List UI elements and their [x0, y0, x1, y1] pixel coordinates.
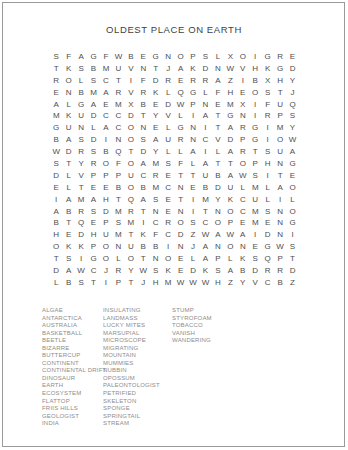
grid-cell[interactable]: R [75, 206, 87, 218]
grid-cell[interactable]: Z [224, 277, 236, 289]
grid-cell[interactable]: U [162, 134, 174, 146]
grid-cell[interactable]: L [162, 122, 174, 134]
grid-cell[interactable]: F [112, 158, 124, 170]
grid-cell[interactable]: G [261, 241, 273, 253]
grid-cell[interactable]: Q [286, 99, 298, 111]
grid-cell[interactable]: A [199, 253, 211, 265]
grid-cell[interactable]: A [199, 241, 211, 253]
grid-cell[interactable]: M [100, 63, 112, 75]
grid-cell[interactable]: D [75, 229, 87, 241]
grid-cell[interactable]: U [112, 63, 124, 75]
grid-cell[interactable]: N [274, 217, 286, 229]
grid-cell[interactable]: C [162, 229, 174, 241]
grid-cell[interactable]: S [62, 253, 74, 265]
grid-cell[interactable]: N [174, 206, 186, 218]
grid-cell[interactable]: V [237, 63, 249, 75]
grid-cell[interactable]: R [137, 87, 149, 99]
grid-cell[interactable]: I [100, 277, 112, 289]
grid-cell[interactable]: A [224, 122, 236, 134]
grid-cell[interactable]: G [50, 122, 62, 134]
grid-cell[interactable]: Y [75, 158, 87, 170]
grid-cell[interactable]: E [249, 241, 261, 253]
grid-cell[interactable]: O [224, 241, 236, 253]
grid-cell[interactable]: L [212, 146, 224, 158]
grid-cell[interactable]: W [224, 63, 236, 75]
grid-cell[interactable]: N [237, 110, 249, 122]
grid-cell[interactable]: C [100, 110, 112, 122]
grid-cell[interactable]: K [199, 265, 211, 277]
grid-cell[interactable]: Z [286, 277, 298, 289]
grid-cell[interactable]: H [50, 229, 62, 241]
grid-cell[interactable]: P [187, 99, 199, 111]
grid-cell[interactable]: X [125, 99, 137, 111]
grid-cell[interactable]: B [62, 277, 74, 289]
grid-cell[interactable]: C [112, 122, 124, 134]
grid-cell[interactable]: S [249, 253, 261, 265]
grid-cell[interactable]: V [125, 87, 137, 99]
grid-cell[interactable]: X [261, 75, 273, 87]
grid-cell[interactable]: L [286, 194, 298, 206]
grid-cell[interactable]: H [150, 277, 162, 289]
grid-cell[interactable]: T [50, 63, 62, 75]
grid-cell[interactable]: L [62, 99, 74, 111]
grid-cell[interactable]: B [137, 99, 149, 111]
grid-cell[interactable]: O [286, 182, 298, 194]
grid-cell[interactable]: W [75, 265, 87, 277]
grid-cell[interactable]: U [274, 99, 286, 111]
grid-cell[interactable]: T [212, 122, 224, 134]
grid-cell[interactable]: L [112, 253, 124, 265]
grid-cell[interactable]: Y [125, 265, 137, 277]
grid-cell[interactable]: I [125, 75, 137, 87]
grid-cell[interactable]: K [261, 63, 273, 75]
grid-cell[interactable]: B [50, 134, 62, 146]
grid-cell[interactable]: K [62, 241, 74, 253]
grid-cell[interactable]: S [87, 206, 99, 218]
grid-cell[interactable]: R [50, 75, 62, 87]
grid-cell[interactable]: W [50, 146, 62, 158]
grid-cell[interactable]: Z [187, 229, 199, 241]
grid-cell[interactable]: N [274, 206, 286, 218]
grid-cell[interactable]: D [187, 265, 199, 277]
grid-cell[interactable]: I [187, 194, 199, 206]
grid-cell[interactable]: R [75, 146, 87, 158]
grid-cell[interactable]: D [261, 229, 273, 241]
grid-cell[interactable]: T [62, 217, 74, 229]
grid-cell[interactable]: I [50, 194, 62, 206]
grid-cell[interactable]: L [261, 182, 273, 194]
grid-cell[interactable]: O [286, 206, 298, 218]
grid-cell[interactable]: Y [150, 110, 162, 122]
grid-cell[interactable]: K [150, 87, 162, 99]
grid-cell[interactable]: B [87, 63, 99, 75]
grid-cell[interactable]: A [274, 182, 286, 194]
grid-cell[interactable]: A [212, 75, 224, 87]
grid-cell[interactable]: O [162, 253, 174, 265]
grid-cell[interactable]: T [112, 75, 124, 87]
grid-cell[interactable]: W [199, 229, 211, 241]
grid-cell[interactable]: L [261, 194, 273, 206]
grid-cell[interactable]: T [150, 63, 162, 75]
grid-cell[interactable]: D [249, 265, 261, 277]
grid-cell[interactable]: O [100, 241, 112, 253]
grid-cell[interactable]: O [125, 158, 137, 170]
grid-cell[interactable]: S [137, 134, 149, 146]
grid-cell[interactable]: T [125, 146, 137, 158]
grid-cell[interactable]: M [150, 182, 162, 194]
grid-cell[interactable]: E [162, 194, 174, 206]
grid-cell[interactable]: V [249, 277, 261, 289]
grid-cell[interactable]: I [261, 134, 273, 146]
grid-cell[interactable]: P [274, 253, 286, 265]
grid-cell[interactable]: W [224, 229, 236, 241]
grid-cell[interactable]: E [137, 51, 149, 63]
grid-cell[interactable]: R [174, 134, 186, 146]
grid-cell[interactable]: F [100, 51, 112, 63]
grid-cell[interactable]: I [187, 110, 199, 122]
grid-cell[interactable]: E [50, 182, 62, 194]
grid-cell[interactable]: D [125, 110, 137, 122]
grid-cell[interactable]: E [62, 229, 74, 241]
grid-cell[interactable]: A [224, 170, 236, 182]
grid-cell[interactable]: B [100, 146, 112, 158]
grid-cell[interactable]: T [199, 206, 211, 218]
grid-cell[interactable]: P [100, 217, 112, 229]
grid-cell[interactable]: C [162, 182, 174, 194]
grid-cell[interactable]: N [162, 51, 174, 63]
grid-cell[interactable]: T [87, 277, 99, 289]
grid-cell[interactable]: S [286, 241, 298, 253]
grid-cell[interactable]: A [224, 265, 236, 277]
grid-cell[interactable]: S [112, 217, 124, 229]
grid-cell[interactable]: P [249, 158, 261, 170]
grid-cell[interactable]: H [100, 194, 112, 206]
grid-cell[interactable]: S [162, 158, 174, 170]
grid-cell[interactable]: O [212, 217, 224, 229]
grid-cell[interactable]: I [162, 241, 174, 253]
grid-cell[interactable]: N [187, 134, 199, 146]
grid-cell[interactable]: L [187, 158, 199, 170]
grid-cell[interactable]: U [224, 182, 236, 194]
grid-cell[interactable]: C [237, 194, 249, 206]
grid-cell[interactable]: K [187, 63, 199, 75]
grid-cell[interactable]: Q [261, 253, 273, 265]
grid-cell[interactable]: X [224, 51, 236, 63]
grid-cell[interactable]: M [199, 194, 211, 206]
grid-cell[interactable]: T [286, 253, 298, 265]
grid-cell[interactable]: L [87, 122, 99, 134]
grid-cell[interactable]: A [50, 99, 62, 111]
grid-cell[interactable]: M [162, 277, 174, 289]
grid-cell[interactable]: D [100, 206, 112, 218]
grid-cell[interactable]: E [87, 182, 99, 194]
grid-cell[interactable]: S [87, 146, 99, 158]
grid-cell[interactable]: T [224, 158, 236, 170]
grid-cell[interactable]: J [162, 63, 174, 75]
grid-cell[interactable]: L [50, 277, 62, 289]
grid-cell[interactable]: S [150, 194, 162, 206]
grid-cell[interactable]: A [150, 134, 162, 146]
grid-cell[interactable]: I [75, 253, 87, 265]
grid-cell[interactable]: M [112, 99, 124, 111]
grid-cell[interactable]: S [75, 277, 87, 289]
grid-cell[interactable]: N [75, 122, 87, 134]
grid-cell[interactable]: I [199, 146, 211, 158]
grid-cell[interactable]: F [261, 99, 273, 111]
grid-cell[interactable]: N [174, 182, 186, 194]
grid-cell[interactable]: A [50, 206, 62, 218]
grid-cell[interactable]: A [62, 194, 74, 206]
grid-cell[interactable]: O [224, 206, 236, 218]
grid-cell[interactable]: W [187, 277, 199, 289]
grid-cell[interactable]: U [62, 122, 74, 134]
grid-cell[interactable]: S [87, 75, 99, 87]
grid-cell[interactable]: R [112, 265, 124, 277]
grid-cell[interactable]: M [75, 194, 87, 206]
grid-cell[interactable]: A [100, 122, 112, 134]
grid-cell[interactable]: O [274, 134, 286, 146]
grid-cell[interactable]: N [62, 87, 74, 99]
grid-cell[interactable]: U [199, 170, 211, 182]
grid-cell[interactable]: U [100, 229, 112, 241]
grid-cell[interactable]: R [274, 51, 286, 63]
grid-cell[interactable]: G [249, 122, 261, 134]
grid-cell[interactable]: O [100, 158, 112, 170]
grid-cell[interactable]: C [199, 134, 211, 146]
grid-cell[interactable]: N [112, 241, 124, 253]
grid-cell[interactable]: O [62, 75, 74, 87]
grid-cell[interactable]: S [286, 110, 298, 122]
grid-cell[interactable]: A [62, 265, 74, 277]
grid-cell[interactable]: G [174, 122, 186, 134]
grid-cell[interactable]: K [62, 110, 74, 122]
grid-cell[interactable]: H [224, 87, 236, 99]
grid-cell[interactable]: S [50, 158, 62, 170]
grid-cell[interactable]: O [50, 241, 62, 253]
grid-cell[interactable]: T [125, 277, 137, 289]
grid-cell[interactable]: E [162, 206, 174, 218]
grid-cell[interactable]: T [125, 229, 137, 241]
grid-cell[interactable]: T [274, 170, 286, 182]
grid-cell[interactable]: A [237, 229, 249, 241]
grid-cell[interactable]: W [174, 277, 186, 289]
grid-cell[interactable]: M [150, 158, 162, 170]
grid-cell[interactable]: O [125, 122, 137, 134]
grid-cell[interactable]: B [137, 182, 149, 194]
grid-cell[interactable]: Q [75, 217, 87, 229]
grid-cell[interactable]: B [150, 241, 162, 253]
grid-cell[interactable]: U [249, 194, 261, 206]
grid-cell[interactable]: T [137, 110, 149, 122]
grid-cell[interactable]: M [125, 217, 137, 229]
grid-cell[interactable]: G [286, 158, 298, 170]
grid-cell[interactable]: R [125, 206, 137, 218]
grid-cell[interactable]: O [174, 51, 186, 63]
grid-cell[interactable]: R [261, 110, 273, 122]
grid-cell[interactable]: A [286, 146, 298, 158]
grid-cell[interactable]: B [75, 87, 87, 99]
grid-cell[interactable]: V [212, 134, 224, 146]
grid-cell[interactable]: G [87, 51, 99, 63]
grid-cell[interactable]: N [137, 122, 149, 134]
grid-cell[interactable]: E [150, 122, 162, 134]
grid-cell[interactable]: A [87, 99, 99, 111]
grid-cell[interactable]: P [87, 170, 99, 182]
grid-cell[interactable]: T [112, 194, 124, 206]
grid-cell[interactable]: D [162, 99, 174, 111]
grid-cell[interactable]: E [100, 182, 112, 194]
grid-cell[interactable]: K [75, 241, 87, 253]
grid-cell[interactable]: C [237, 206, 249, 218]
grid-cell[interactable]: M [112, 229, 124, 241]
grid-cell[interactable]: R [150, 170, 162, 182]
grid-cell[interactable]: L [224, 253, 236, 265]
grid-cell[interactable]: N [150, 253, 162, 265]
grid-cell[interactable]: N [112, 134, 124, 146]
grid-cell[interactable]: C [199, 217, 211, 229]
grid-cell[interactable]: S [261, 87, 273, 99]
grid-cell[interactable]: G [187, 87, 199, 99]
grid-cell[interactable]: K [237, 253, 249, 265]
grid-cell[interactable]: I [249, 99, 261, 111]
grid-cell[interactable]: M [87, 87, 99, 99]
grid-cell[interactable]: G [75, 99, 87, 111]
grid-cell[interactable]: R [274, 265, 286, 277]
grid-cell[interactable]: L [237, 182, 249, 194]
grid-cell[interactable]: W [286, 134, 298, 146]
grid-cell[interactable]: B [112, 182, 124, 194]
grid-cell[interactable]: L [212, 51, 224, 63]
grid-cell[interactable]: D [62, 146, 74, 158]
grid-cell[interactable]: B [212, 170, 224, 182]
grid-cell[interactable]: R [162, 217, 174, 229]
grid-cell[interactable]: E [237, 217, 249, 229]
grid-cell[interactable]: V [125, 63, 137, 75]
grid-cell[interactable]: D [150, 75, 162, 87]
grid-cell[interactable]: V [75, 170, 87, 182]
grid-cell[interactable]: T [174, 194, 186, 206]
grid-cell[interactable]: E [162, 170, 174, 182]
grid-cell[interactable]: E [174, 75, 186, 87]
grid-cell[interactable]: A [87, 194, 99, 206]
grid-cell[interactable]: T [274, 87, 286, 99]
grid-cell[interactable]: I [100, 134, 112, 146]
grid-cell[interactable]: W [199, 277, 211, 289]
grid-cell[interactable]: I [249, 51, 261, 63]
grid-cell[interactable]: I [249, 229, 261, 241]
grid-cell[interactable]: E [286, 51, 298, 63]
grid-cell[interactable]: G [286, 217, 298, 229]
grid-cell[interactable]: B [237, 265, 249, 277]
grid-cell[interactable]: W [112, 51, 124, 63]
grid-cell[interactable]: O [125, 182, 137, 194]
grid-cell[interactable]: O [237, 158, 249, 170]
grid-cell[interactable]: L [75, 75, 87, 87]
grid-cell[interactable]: A [187, 146, 199, 158]
grid-cell[interactable]: F [137, 75, 149, 87]
grid-cell[interactable]: C [87, 265, 99, 277]
grid-cell[interactable]: A [100, 87, 112, 99]
grid-cell[interactable]: P [100, 170, 112, 182]
grid-cell[interactable]: W [237, 170, 249, 182]
grid-cell[interactable]: D [137, 146, 149, 158]
grid-cell[interactable]: J [137, 277, 149, 289]
grid-cell[interactable]: G [87, 253, 99, 265]
grid-cell[interactable]: W [137, 265, 149, 277]
grid-cell[interactable]: B [137, 241, 149, 253]
grid-cell[interactable]: B [274, 277, 286, 289]
grid-cell[interactable]: E [174, 265, 186, 277]
grid-cell[interactable]: R [199, 75, 211, 87]
grid-cell[interactable]: W [174, 99, 186, 111]
grid-cell[interactable]: G [249, 134, 261, 146]
grid-cell[interactable]: E [261, 217, 273, 229]
grid-cell[interactable]: O [125, 134, 137, 146]
grid-cell[interactable]: O [249, 87, 261, 99]
grid-cell[interactable]: B [62, 206, 74, 218]
grid-cell[interactable]: J [100, 265, 112, 277]
grid-cell[interactable]: Q [112, 146, 124, 158]
grid-cell[interactable]: D [174, 229, 186, 241]
grid-cell[interactable]: T [212, 158, 224, 170]
grid-cell[interactable]: D [199, 63, 211, 75]
grid-cell[interactable]: U [75, 110, 87, 122]
grid-cell[interactable]: S [261, 206, 273, 218]
grid-cell[interactable]: Y [286, 122, 298, 134]
grid-cell[interactable]: S [249, 170, 261, 182]
grid-cell[interactable]: L [199, 87, 211, 99]
grid-cell[interactable]: A [224, 146, 236, 158]
grid-cell[interactable]: P [112, 170, 124, 182]
grid-cell[interactable]: U [125, 170, 137, 182]
grid-cell[interactable]: L [162, 87, 174, 99]
grid-cell[interactable]: M [249, 182, 261, 194]
grid-cell[interactable]: T [62, 158, 74, 170]
grid-cell[interactable]: K [62, 63, 74, 75]
grid-cell[interactable]: I [249, 110, 261, 122]
grid-cell[interactable]: B [125, 51, 137, 63]
grid-cell[interactable]: Z [224, 75, 236, 87]
grid-cell[interactable]: A [174, 63, 186, 75]
grid-cell[interactable]: P [87, 241, 99, 253]
grid-cell[interactable]: V [162, 110, 174, 122]
grid-cell[interactable]: R [112, 87, 124, 99]
grid-cell[interactable]: I [261, 170, 273, 182]
grid-cell[interactable]: R [237, 146, 249, 158]
grid-cell[interactable]: I [137, 217, 149, 229]
grid-cell[interactable]: R [261, 265, 273, 277]
grid-cell[interactable]: S [75, 63, 87, 75]
grid-cell[interactable]: A [62, 134, 74, 146]
grid-cell[interactable]: G [274, 63, 286, 75]
grid-cell[interactable]: E [237, 87, 249, 99]
grid-cell[interactable]: D [224, 134, 236, 146]
grid-cell[interactable]: A [212, 229, 224, 241]
grid-cell[interactable]: Q [174, 87, 186, 99]
grid-cell[interactable]: P [224, 217, 236, 229]
grid-cell[interactable]: Y [150, 146, 162, 158]
grid-cell[interactable]: C [112, 110, 124, 122]
grid-cell[interactable]: R [187, 75, 199, 87]
grid-cell[interactable]: H [274, 75, 286, 87]
grid-cell[interactable]: F [212, 87, 224, 99]
grid-cell[interactable]: M [274, 122, 286, 134]
grid-cell[interactable]: L [162, 146, 174, 158]
grid-cell[interactable]: G [261, 51, 273, 63]
grid-cell[interactable]: T [50, 253, 62, 265]
grid-cell[interactable]: E [50, 87, 62, 99]
grid-cell[interactable]: I [261, 122, 273, 134]
